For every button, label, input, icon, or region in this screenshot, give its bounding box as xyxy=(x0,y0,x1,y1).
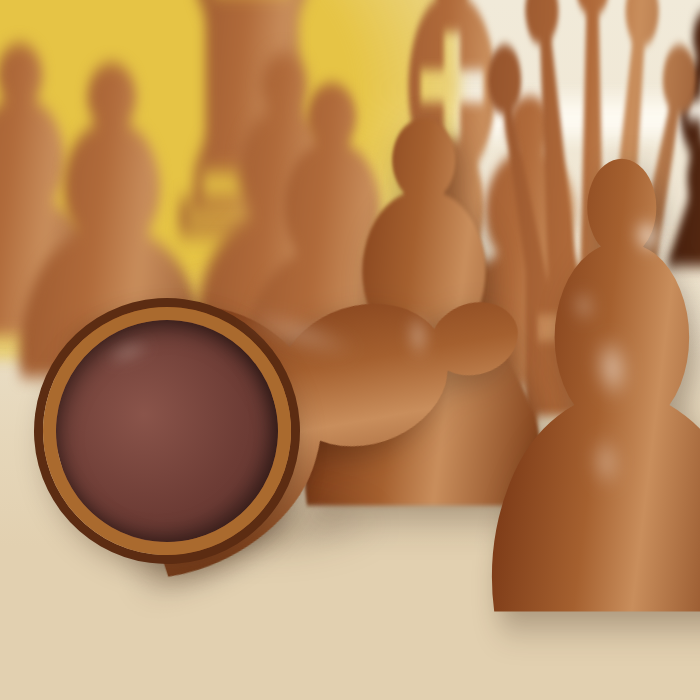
chess-photo-scene: Close-up photo of a wooden chess set: br… xyxy=(0,0,700,700)
